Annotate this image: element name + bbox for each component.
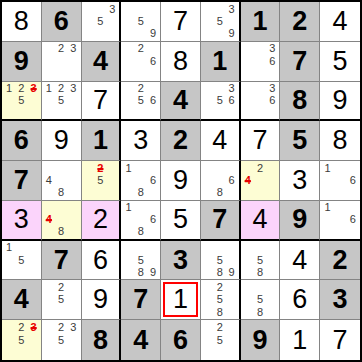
candidate-9: 9 [226,28,238,40]
cell-r5c7[interactable]: 24 [241,161,281,201]
cell-r6c1[interactable]: 3 [2,201,42,241]
candidate-8: 8 [214,187,226,199]
candidate-grid: 256 [121,82,160,120]
candidate-8: 8 [135,187,147,199]
candidate-grid: 58 [241,280,280,319]
cell-r1c1[interactable]: 8 [2,2,42,42]
candidate-6: 6 [147,94,159,106]
cell-r3c2[interactable]: 1235 [42,82,82,122]
candidate-8: 8 [214,306,226,318]
candidate-grid: 48 [42,161,81,200]
solved-digit: 3 [14,206,29,233]
candidate-8: 8 [55,226,67,238]
given-digit: 4 [133,327,148,354]
solved-digit: 6 [93,247,108,274]
cell-r6c6[interactable]: 7 [201,201,241,241]
cell-r8c4[interactable]: 7 [121,280,161,320]
candidate-1: 1 [122,202,134,214]
solved-digit: 4 [333,8,348,35]
solved-digit: 6 [292,286,307,313]
candidate-grid: 589 [201,241,239,280]
candidate-3: 3 [67,83,79,95]
cell-r9c2[interactable]: 235 [42,320,82,360]
cell-r5c3[interactable]: 52 [82,161,122,201]
cell-r9c6[interactable]: 25 [201,320,241,360]
candidate-2: 2 [55,321,67,334]
cell-r7c5[interactable]: 3 [161,241,201,281]
candidate-5: 5 [214,15,226,27]
candidate-3: 3 [67,321,79,334]
candidate-2: 2 [15,83,27,95]
cell-r1c8[interactable]: 2 [280,2,320,42]
given-digit: 7 [54,247,69,274]
solved-digit: 9 [333,87,348,114]
given-digit: 6 [54,8,69,35]
cell-r6c3[interactable]: 2 [82,201,122,241]
cell-r1c9[interactable]: 4 [320,2,360,42]
given-digit: 7 [212,206,227,233]
cell-r9c1[interactable]: 253 [2,320,42,360]
given-digit: 4 [93,48,108,75]
solved-digit: 3 [292,167,307,194]
cell-r7c4[interactable]: 589 [121,241,161,281]
cell-r7c2[interactable]: 7 [42,241,82,281]
candidate-5: 5 [55,294,67,306]
candidate-2: 2 [135,43,147,55]
cell-r4c4[interactable]: 3 [121,121,161,161]
candidate-5: 5 [55,334,67,347]
solved-digit: 7 [333,327,348,354]
cell-r8c5[interactable]: 1 [161,280,201,320]
cell-r7c7[interactable]: 58 [241,241,281,281]
solved-digit: 8 [173,48,188,75]
given-digit: 2 [173,127,188,154]
candidate-1: 1 [122,162,134,174]
candidate-5: 5 [15,254,27,266]
cell-r5c5[interactable]: 9 [161,161,201,201]
candidate-2: 2 [55,281,67,293]
solved-digit: 9 [173,167,188,194]
solved-digit: 3 [133,127,148,154]
given-digit: 1 [212,48,227,75]
cell-r3c5[interactable]: 4 [161,82,201,122]
candidate-grid: 1253 [2,82,41,120]
given-digit: 7 [292,48,307,75]
cell-r9c7[interactable]: 9 [241,320,281,360]
cell-r3c3[interactable]: 7 [82,82,122,122]
candidate-3: 3 [226,3,238,15]
candidate-5: 5 [15,334,27,347]
cell-r2c9[interactable]: 5 [320,42,360,82]
given-digit: 6 [14,127,29,154]
solved-digit: 8 [333,127,348,154]
candidate-5: 5 [135,94,147,106]
candidate-grid: 25 [42,280,81,319]
candidate-9: 9 [226,266,238,278]
solved-digit: 1 [173,286,188,313]
candidate-grid: 1235 [42,82,81,120]
candidate-grid: 258 [201,280,239,319]
cell-r4c3[interactable]: 1 [82,121,122,161]
cell-r8c2[interactable]: 25 [42,280,82,320]
candidate-8: 8 [254,306,266,318]
solved-digit: 1 [292,327,307,354]
candidate-grid: 589 [121,241,160,280]
cell-r5c9[interactable]: 16 [320,161,360,201]
solved-digit: 5 [333,48,348,75]
candidate-6: 6 [346,174,359,186]
candidate-3: 3 [106,3,118,15]
cell-r4c5[interactable]: 2 [161,121,201,161]
candidate-grid: 35 [82,2,120,41]
given-digit: 8 [292,87,307,114]
candidate-6: 6 [266,94,278,106]
given-digit: 3 [173,247,188,274]
candidate-grid: 16 [320,201,360,239]
candidate-3: 3 [266,43,278,55]
candidate-grid: 36 [241,42,280,81]
cell-r6c4[interactable]: 168 [121,201,161,241]
given-digit: 6 [173,327,188,354]
candidate-6: 6 [147,55,159,67]
cell-r3c1[interactable]: 1253 [2,82,42,122]
candidate-8: 8 [254,266,266,278]
candidate-grid: 84 [42,201,81,239]
candidate-grid: 15 [2,241,41,280]
candidate-6: 6 [147,174,159,186]
candidate-1: 1 [3,83,15,95]
eliminated-candidate-2: 2 [94,162,106,174]
solved-digit: 7 [253,127,268,154]
candidate-6: 6 [226,94,238,106]
solved-digit: 4 [212,127,227,154]
candidate-1: 1 [43,83,55,95]
given-digit: 5 [292,127,307,154]
cell-r8c6[interactable]: 258 [201,280,241,320]
eliminated-candidate-4: 4 [242,174,254,186]
candidate-5: 5 [94,15,106,27]
solved-digit: 4 [292,247,307,274]
cell-r8c3[interactable]: 9 [82,280,122,320]
solved-digit: 4 [253,206,268,233]
cell-r9c3[interactable]: 8 [82,320,122,360]
given-digit: 9 [253,327,268,354]
given-digit: 4 [14,286,29,313]
candidate-5: 5 [254,254,266,266]
candidate-8: 8 [214,266,226,278]
given-digit: 7 [133,286,148,313]
candidate-grid: 253 [2,320,41,360]
given-digit: 7 [14,167,29,194]
eliminated-candidate-3: 3 [28,83,40,95]
given-digit: 1 [253,8,268,35]
cell-r8c9[interactable]: 3 [320,280,360,320]
candidate-5: 5 [135,15,147,27]
cell-r3c4[interactable]: 256 [121,82,161,122]
cell-r4c1[interactable]: 6 [2,121,42,161]
candidate-2: 2 [214,321,226,334]
solved-digit: 7 [93,87,108,114]
cell-r9c8[interactable]: 1 [280,320,320,360]
cell-r8c8[interactable]: 6 [280,280,320,320]
candidate-2: 2 [254,162,266,174]
cell-r1c3[interactable]: 35 [82,2,122,42]
given-digit: 3 [333,286,348,313]
candidate-grid: 168 [121,201,160,239]
cell-r3c9[interactable]: 9 [320,82,360,122]
candidate-grid: 25 [201,320,239,360]
candidate-2: 2 [214,281,226,293]
cell-r6c8[interactable]: 9 [280,201,320,241]
cell-r2c4[interactable]: 26 [121,42,161,82]
candidate-8: 8 [135,226,147,238]
cell-r1c2[interactable]: 6 [42,2,82,42]
given-digit: 2 [292,8,307,35]
candidate-6: 6 [346,214,359,226]
cell-r9c5[interactable]: 6 [161,320,201,360]
candidate-3: 3 [67,43,79,55]
candidate-5: 5 [214,94,226,106]
cell-r2c6[interactable]: 1 [201,42,241,82]
cell-r7c9[interactable]: 2 [320,241,360,281]
candidate-grid: 168 [121,161,160,200]
candidate-5: 5 [214,294,226,306]
candidate-grid: 24 [241,161,280,200]
eliminated-candidate-3: 3 [28,321,40,334]
cell-r2c3[interactable]: 4 [82,42,122,82]
candidate-6: 6 [226,174,238,186]
cell-r1c6[interactable]: 359 [201,2,241,42]
candidate-grid: 359 [201,2,239,41]
sudoku-board: 8635597359124923426813675125312357256435… [0,0,362,362]
solved-digit: 5 [173,206,188,233]
cell-r5c8[interactable]: 3 [280,161,320,201]
candidate-6: 6 [147,214,159,226]
given-digit: 8 [93,327,108,354]
cell-r6c7[interactable]: 4 [241,201,281,241]
candidate-8: 8 [55,187,67,199]
candidate-9: 9 [147,266,159,278]
cell-r2c1[interactable]: 9 [2,42,42,82]
cell-r7c1[interactable]: 15 [2,241,42,281]
candidate-5: 5 [135,254,147,266]
cell-r1c4[interactable]: 59 [121,2,161,42]
candidate-5: 5 [254,294,266,306]
cell-r5c6[interactable]: 68 [201,161,241,201]
cell-r2c2[interactable]: 23 [42,42,82,82]
cell-r4c6[interactable]: 4 [201,121,241,161]
given-digit: 9 [14,48,29,75]
cell-r9c4[interactable]: 4 [121,320,161,360]
cell-r3c8[interactable]: 8 [280,82,320,122]
candidate-8: 8 [135,266,147,278]
solved-digit: 9 [54,127,69,154]
candidate-4: 4 [43,174,55,186]
cell-r5c2[interactable]: 48 [42,161,82,201]
given-digit: 1 [93,127,108,154]
given-digit: 9 [292,206,307,233]
candidate-grid: 68 [201,161,239,200]
given-digit: 2 [333,247,348,274]
candidate-1: 1 [321,202,334,214]
candidate-2: 2 [15,321,27,334]
cell-r3c6[interactable]: 356 [201,82,241,122]
cell-r9c9[interactable]: 7 [320,320,360,360]
candidate-3: 3 [226,83,238,95]
cell-r2c8[interactable]: 7 [280,42,320,82]
solved-digit: 9 [93,286,108,313]
eliminated-candidate-4: 4 [43,214,55,226]
candidate-5: 5 [214,254,226,266]
candidate-grid: 26 [121,42,160,81]
candidate-3: 3 [266,83,278,95]
cell-r2c5[interactable]: 8 [161,42,201,82]
candidate-grid: 59 [121,2,160,41]
candidate-1: 1 [321,162,334,174]
cell-r4c9[interactable]: 8 [320,121,360,161]
candidate-grid: 36 [241,82,280,120]
cell-r1c7[interactable]: 1 [241,2,281,42]
candidate-grid: 23 [42,42,81,81]
candidate-5: 5 [214,334,226,347]
given-digit: 4 [173,87,188,114]
candidate-5: 5 [94,174,106,186]
candidate-grid: 58 [241,241,280,280]
cell-r5c4[interactable]: 168 [121,161,161,201]
candidate-2: 2 [55,83,67,95]
cell-r7c6[interactable]: 589 [201,241,241,281]
cell-r5c1[interactable]: 7 [2,161,42,201]
candidate-5: 5 [55,94,67,106]
cell-r1c5[interactable]: 7 [161,2,201,42]
candidate-5: 5 [15,94,27,106]
cell-r7c8[interactable]: 4 [280,241,320,281]
cell-r6c2[interactable]: 84 [42,201,82,241]
cell-r4c7[interactable]: 7 [241,121,281,161]
candidate-grid: 356 [201,82,239,120]
candidate-grid: 235 [42,320,81,360]
candidate-grid: 16 [320,161,360,200]
candidate-2: 2 [135,83,147,95]
candidate-9: 9 [147,28,159,40]
candidate-1: 1 [3,242,15,254]
cell-r8c1[interactable]: 4 [2,280,42,320]
solved-digit: 7 [173,8,188,35]
candidate-6: 6 [266,55,278,67]
candidate-2: 2 [55,43,67,55]
cell-r2c7[interactable]: 36 [241,42,281,82]
cell-r6c5[interactable]: 5 [161,201,201,241]
cell-r4c8[interactable]: 5 [280,121,320,161]
cell-r6c9[interactable]: 16 [320,201,360,241]
cell-r3c7[interactable]: 36 [241,82,281,122]
cell-r4c2[interactable]: 9 [42,121,82,161]
solved-digit: 2 [93,206,108,233]
cell-r8c7[interactable]: 58 [241,280,281,320]
solved-digit: 8 [14,8,29,35]
candidate-grid: 52 [82,161,120,200]
cell-r7c3[interactable]: 6 [82,241,122,281]
